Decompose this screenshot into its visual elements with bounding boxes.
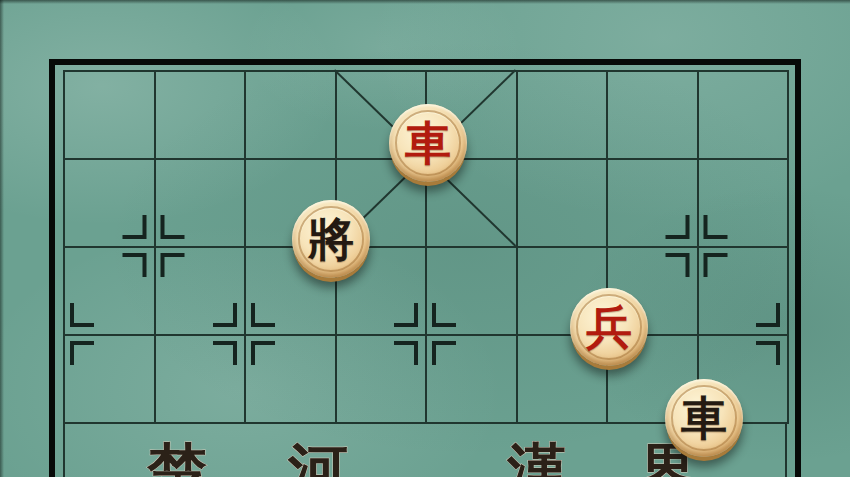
river-char-han: 漢 bbox=[506, 436, 567, 477]
river-char-chu: 楚 bbox=[146, 436, 207, 477]
point-marker bbox=[72, 303, 94, 365]
piece-red-chariot-glyph: 車 bbox=[405, 120, 451, 166]
position-markers bbox=[72, 215, 778, 365]
point-marker bbox=[666, 215, 728, 277]
piece-black-chariot-glyph: 車 bbox=[681, 395, 727, 441]
piece-red-chariot[interactable]: 車 bbox=[389, 104, 467, 182]
piece-red-soldier-glyph: 兵 bbox=[586, 304, 632, 350]
piece-black-general-glyph: 將 bbox=[308, 216, 354, 262]
piece-black-general[interactable]: 將 bbox=[292, 200, 370, 278]
screen-edge-shadow-left bbox=[0, 0, 4, 477]
river-char-he: 河 bbox=[287, 436, 348, 477]
xiangqi-screen: 楚 河 漢 界 車 將 兵 車 bbox=[0, 0, 850, 477]
piece-black-chariot[interactable]: 車 bbox=[665, 379, 743, 457]
river-label: 楚 河 漢 界 bbox=[146, 436, 698, 477]
point-marker bbox=[756, 303, 778, 365]
point-marker bbox=[394, 303, 456, 365]
piece-red-soldier[interactable]: 兵 bbox=[570, 288, 648, 366]
point-marker bbox=[123, 215, 185, 277]
point-marker bbox=[213, 303, 275, 365]
